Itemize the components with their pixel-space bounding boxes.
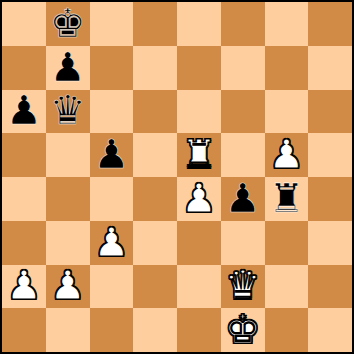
square-h2[interactable] [308, 265, 352, 309]
square-e8[interactable] [177, 2, 221, 46]
square-e1[interactable] [177, 308, 221, 352]
square-b7[interactable]: ♟ [46, 46, 90, 90]
square-a4[interactable] [2, 177, 46, 221]
square-a1[interactable] [2, 308, 46, 352]
square-e5[interactable]: ♜ [177, 133, 221, 177]
white-rook-e5[interactable]: ♜ [181, 134, 217, 174]
white-pawn-g5[interactable]: ♟ [268, 134, 304, 174]
square-b2[interactable]: ♟ [46, 265, 90, 309]
black-queen-b6[interactable]: ♛ [50, 90, 86, 130]
white-pawn-a2[interactable]: ♟ [6, 265, 42, 305]
white-pawn-b2[interactable]: ♟ [50, 265, 86, 305]
square-f7[interactable] [221, 46, 265, 90]
square-f6[interactable] [221, 90, 265, 134]
square-b1[interactable] [46, 308, 90, 352]
square-d7[interactable] [133, 46, 177, 90]
square-d2[interactable] [133, 265, 177, 309]
square-g2[interactable] [265, 265, 309, 309]
square-e4[interactable]: ♟ [177, 177, 221, 221]
black-pawn-c5[interactable]: ♟ [93, 134, 129, 174]
square-c4[interactable] [90, 177, 134, 221]
square-h6[interactable] [308, 90, 352, 134]
square-h4[interactable] [308, 177, 352, 221]
square-d1[interactable] [133, 308, 177, 352]
chess-board: ♚♟♟♛♟♜♟♟♟♜♟♟♟♛♚ [2, 2, 352, 352]
square-h8[interactable] [308, 2, 352, 46]
square-g7[interactable] [265, 46, 309, 90]
square-d5[interactable] [133, 133, 177, 177]
square-d6[interactable] [133, 90, 177, 134]
square-f2[interactable]: ♛ [221, 265, 265, 309]
square-b3[interactable] [46, 221, 90, 265]
chess-board-frame: ♚♟♟♛♟♜♟♟♟♜♟♟♟♛♚ [0, 0, 354, 354]
white-queen-f2[interactable]: ♛ [225, 265, 261, 305]
square-g3[interactable] [265, 221, 309, 265]
square-e6[interactable] [177, 90, 221, 134]
square-g8[interactable] [265, 2, 309, 46]
square-a2[interactable]: ♟ [2, 265, 46, 309]
square-f3[interactable] [221, 221, 265, 265]
black-king-b8[interactable]: ♚ [50, 3, 86, 43]
square-a8[interactable] [2, 2, 46, 46]
square-c3[interactable]: ♟ [90, 221, 134, 265]
square-h5[interactable] [308, 133, 352, 177]
square-e2[interactable] [177, 265, 221, 309]
white-pawn-e4[interactable]: ♟ [181, 178, 217, 218]
square-g5[interactable]: ♟ [265, 133, 309, 177]
square-h1[interactable] [308, 308, 352, 352]
square-h3[interactable] [308, 221, 352, 265]
square-f5[interactable] [221, 133, 265, 177]
square-g4[interactable]: ♜ [265, 177, 309, 221]
square-b4[interactable] [46, 177, 90, 221]
square-c6[interactable] [90, 90, 134, 134]
square-g6[interactable] [265, 90, 309, 134]
square-f4[interactable]: ♟ [221, 177, 265, 221]
square-a3[interactable] [2, 221, 46, 265]
square-d4[interactable] [133, 177, 177, 221]
square-a7[interactable] [2, 46, 46, 90]
square-e3[interactable] [177, 221, 221, 265]
square-c8[interactable] [90, 2, 134, 46]
square-f1[interactable]: ♚ [221, 308, 265, 352]
white-pawn-c3[interactable]: ♟ [93, 222, 129, 262]
square-d8[interactable] [133, 2, 177, 46]
square-b6[interactable]: ♛ [46, 90, 90, 134]
square-b8[interactable]: ♚ [46, 2, 90, 46]
square-c7[interactable] [90, 46, 134, 90]
black-rook-g4[interactable]: ♜ [268, 178, 304, 218]
square-g1[interactable] [265, 308, 309, 352]
black-pawn-f4[interactable]: ♟ [225, 178, 261, 218]
black-pawn-b7[interactable]: ♟ [50, 47, 86, 87]
square-h7[interactable] [308, 46, 352, 90]
square-c1[interactable] [90, 308, 134, 352]
square-f8[interactable] [221, 2, 265, 46]
square-e7[interactable] [177, 46, 221, 90]
black-pawn-a6[interactable]: ♟ [6, 90, 42, 130]
square-c5[interactable]: ♟ [90, 133, 134, 177]
square-d3[interactable] [133, 221, 177, 265]
square-c2[interactable] [90, 265, 134, 309]
white-king-f1[interactable]: ♚ [225, 309, 261, 349]
square-b5[interactable] [46, 133, 90, 177]
square-a6[interactable]: ♟ [2, 90, 46, 134]
square-a5[interactable] [2, 133, 46, 177]
